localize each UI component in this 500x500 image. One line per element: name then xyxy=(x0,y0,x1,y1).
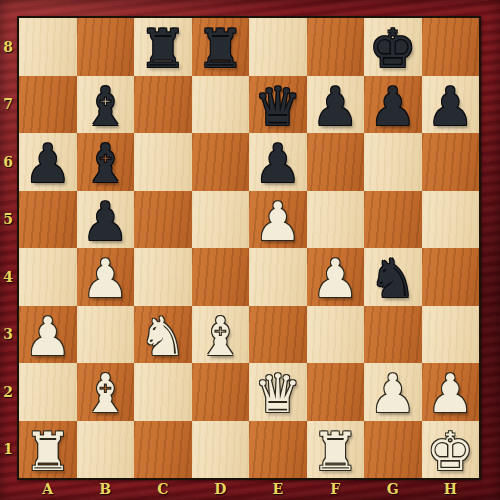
square-h6[interactable] xyxy=(422,133,480,191)
square-e6[interactable]: ♟ xyxy=(249,133,307,191)
square-g5[interactable] xyxy=(364,191,422,249)
square-e8[interactable] xyxy=(249,18,307,76)
square-g2[interactable]: ♟ xyxy=(364,363,422,421)
square-b8[interactable] xyxy=(77,18,135,76)
rank-label-3: 3 xyxy=(3,326,13,342)
square-g6[interactable] xyxy=(364,133,422,191)
square-e7[interactable]: ♛ xyxy=(249,76,307,134)
square-f3[interactable] xyxy=(307,306,365,364)
rank-label-4: 4 xyxy=(3,269,13,285)
square-g1[interactable] xyxy=(364,421,422,479)
square-b2[interactable]: ♝ xyxy=(77,363,135,421)
square-e2[interactable]: ♛ xyxy=(249,363,307,421)
square-g7[interactable]: ♟ xyxy=(364,76,422,134)
square-d1[interactable] xyxy=(192,421,250,479)
piece-white-pawn[interactable]: ♟ xyxy=(254,195,302,248)
square-f7[interactable]: ♟ xyxy=(307,76,365,134)
piece-black-bishop[interactable]: ♝ xyxy=(81,137,129,190)
square-c3[interactable]: ♞ xyxy=(134,306,192,364)
file-label-a: A xyxy=(42,481,53,497)
square-b4[interactable]: ♟ xyxy=(77,248,135,306)
square-f6[interactable] xyxy=(307,133,365,191)
square-d6[interactable] xyxy=(192,133,250,191)
square-b1[interactable] xyxy=(77,421,135,479)
square-h1[interactable]: ♚ xyxy=(422,421,480,479)
piece-white-bishop[interactable]: ♝ xyxy=(196,310,244,363)
file-label-b: B xyxy=(99,481,111,497)
square-d8[interactable]: ♜ xyxy=(192,18,250,76)
square-f2[interactable] xyxy=(307,363,365,421)
square-h3[interactable] xyxy=(422,306,480,364)
piece-black-pawn[interactable]: ♟ xyxy=(426,80,474,133)
piece-white-pawn[interactable]: ♟ xyxy=(81,252,129,305)
rank-label-1: 1 xyxy=(3,441,13,457)
piece-black-pawn[interactable]: ♟ xyxy=(369,80,417,133)
rank-label-5: 5 xyxy=(3,211,13,227)
square-a4[interactable] xyxy=(19,248,77,306)
square-b6[interactable]: ♝ xyxy=(77,133,135,191)
piece-black-pawn[interactable]: ♟ xyxy=(24,137,72,190)
square-a7[interactable] xyxy=(19,76,77,134)
piece-black-king[interactable]: ♚ xyxy=(369,22,417,75)
piece-white-rook[interactable]: ♜ xyxy=(311,425,359,478)
square-h4[interactable] xyxy=(422,248,480,306)
piece-white-pawn[interactable]: ♟ xyxy=(311,252,359,305)
rank-label-7: 7 xyxy=(3,96,13,112)
square-h2[interactable]: ♟ xyxy=(422,363,480,421)
rank-label-8: 8 xyxy=(3,39,13,55)
square-f4[interactable]: ♟ xyxy=(307,248,365,306)
square-e4[interactable] xyxy=(249,248,307,306)
square-f1[interactable]: ♜ xyxy=(307,421,365,479)
square-h8[interactable] xyxy=(422,18,480,76)
square-b3[interactable] xyxy=(77,306,135,364)
piece-white-pawn[interactable]: ♟ xyxy=(24,310,72,363)
piece-black-rook[interactable]: ♜ xyxy=(196,22,244,75)
square-d3[interactable]: ♝ xyxy=(192,306,250,364)
square-h5[interactable] xyxy=(422,191,480,249)
square-d5[interactable] xyxy=(192,191,250,249)
file-label-g: G xyxy=(387,481,399,497)
square-a6[interactable]: ♟ xyxy=(19,133,77,191)
square-e1[interactable] xyxy=(249,421,307,479)
piece-white-king[interactable]: ♚ xyxy=(426,425,474,478)
piece-black-bishop[interactable]: ♝ xyxy=(81,80,129,133)
file-label-d: D xyxy=(214,481,226,497)
piece-white-knight[interactable]: ♞ xyxy=(139,310,187,363)
file-label-f: F xyxy=(330,481,340,497)
piece-black-pawn[interactable]: ♟ xyxy=(254,137,302,190)
square-b5[interactable]: ♟ xyxy=(77,191,135,249)
square-c2[interactable] xyxy=(134,363,192,421)
square-g3[interactable] xyxy=(364,306,422,364)
square-f5[interactable] xyxy=(307,191,365,249)
rank-label-2: 2 xyxy=(3,384,13,400)
rank-label-6: 6 xyxy=(3,154,13,170)
square-g8[interactable]: ♚ xyxy=(364,18,422,76)
piece-black-pawn[interactable]: ♟ xyxy=(81,195,129,248)
square-a5[interactable] xyxy=(19,191,77,249)
square-c5[interactable] xyxy=(134,191,192,249)
square-a8[interactable] xyxy=(19,18,77,76)
piece-black-knight[interactable]: ♞ xyxy=(369,252,417,305)
piece-white-queen[interactable]: ♛ xyxy=(254,367,302,420)
square-f8[interactable] xyxy=(307,18,365,76)
square-d2[interactable] xyxy=(192,363,250,421)
square-a2[interactable] xyxy=(19,363,77,421)
square-c8[interactable]: ♜ xyxy=(134,18,192,76)
square-a3[interactable]: ♟ xyxy=(19,306,77,364)
piece-black-rook[interactable]: ♜ xyxy=(139,22,187,75)
square-c6[interactable] xyxy=(134,133,192,191)
piece-white-pawn[interactable]: ♟ xyxy=(369,367,417,420)
square-c7[interactable] xyxy=(134,76,192,134)
square-g4[interactable]: ♞ xyxy=(364,248,422,306)
piece-white-bishop[interactable]: ♝ xyxy=(81,367,129,420)
piece-black-pawn[interactable]: ♟ xyxy=(311,80,359,133)
square-e5[interactable]: ♟ xyxy=(249,191,307,249)
piece-white-pawn[interactable]: ♟ xyxy=(426,367,474,420)
square-c4[interactable] xyxy=(134,248,192,306)
file-label-h: H xyxy=(444,481,457,497)
square-d7[interactable] xyxy=(192,76,250,134)
square-e3[interactable] xyxy=(249,306,307,364)
chess-board: ♜♜♚♝♛♟♟♟♟♝♟♟♟♟♟♞♟♞♝♝♛♟♟♜♜♚ xyxy=(17,16,481,480)
file-label-e: E xyxy=(272,481,283,497)
square-d4[interactable] xyxy=(192,248,250,306)
board-frame: ♜♜♚♝♛♟♟♟♟♝♟♟♟♟♟♞♟♞♝♝♛♟♟♜♜♚ 87654321ABCDE… xyxy=(0,0,500,500)
square-c1[interactable] xyxy=(134,421,192,479)
square-b7[interactable]: ♝ xyxy=(77,76,135,134)
piece-black-queen[interactable]: ♛ xyxy=(254,80,302,133)
piece-white-rook[interactable]: ♜ xyxy=(24,425,72,478)
square-h7[interactable]: ♟ xyxy=(422,76,480,134)
file-label-c: C xyxy=(157,481,168,497)
square-a1[interactable]: ♜ xyxy=(19,421,77,479)
